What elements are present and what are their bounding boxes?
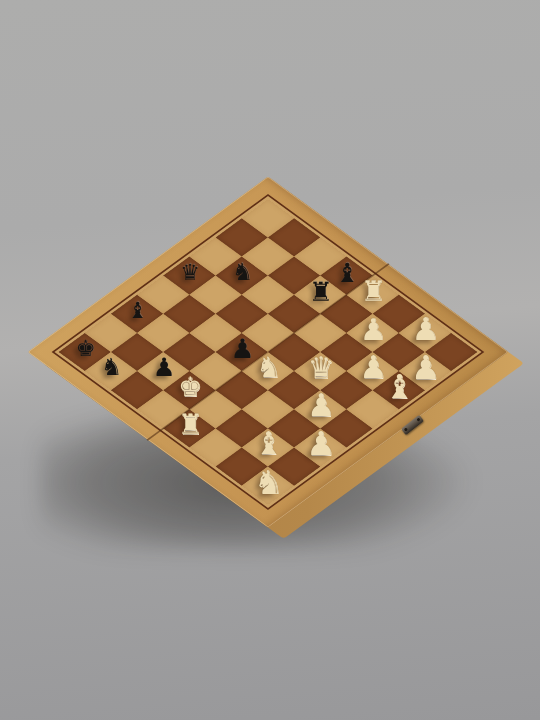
clasp-screw [416, 418, 420, 422]
table-surface: ♚♝♛♞♞♟♚♟♜♝♜♞♜♛♟♝♟♟♟♞♟♝♟ [0, 0, 540, 720]
clasp-screw [404, 427, 408, 431]
square-g1[interactable]: ♟ [399, 352, 451, 390]
